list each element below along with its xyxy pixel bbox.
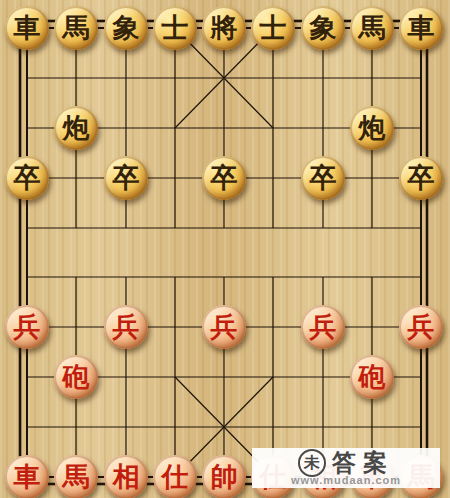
piece-red-b8[interactable]: 砲	[54, 355, 98, 399]
piece-red-e10[interactable]: 帥	[202, 455, 246, 498]
piece-black-h3[interactable]: 炮	[350, 106, 394, 150]
piece-black-e1[interactable]: 將	[202, 6, 246, 50]
piece-red-d10[interactable]: 仕	[153, 455, 197, 498]
piece-red-g7[interactable]: 兵	[301, 305, 345, 349]
piece-red-c10[interactable]: 相	[104, 455, 148, 498]
piece-red-a10[interactable]: 車	[5, 455, 49, 498]
piece-black-a4[interactable]: 卒	[5, 156, 49, 200]
watermark-url: www.mudaan.com	[291, 474, 401, 486]
piece-black-c1[interactable]: 象	[104, 6, 148, 50]
watermark: 未 答案 www.mudaan.com	[252, 448, 440, 488]
piece-black-g4[interactable]: 卒	[301, 156, 345, 200]
piece-black-b3[interactable]: 炮	[54, 106, 98, 150]
piece-black-f1[interactable]: 士	[251, 6, 295, 50]
piece-red-i7[interactable]: 兵	[399, 305, 443, 349]
piece-black-i1[interactable]: 車	[399, 6, 443, 50]
piece-red-b10[interactable]: 馬	[54, 455, 98, 498]
watermark-logo-icon: 未	[298, 449, 326, 477]
piece-black-d1[interactable]: 士	[153, 6, 197, 50]
piece-red-e7[interactable]: 兵	[202, 305, 246, 349]
piece-black-e4[interactable]: 卒	[202, 156, 246, 200]
piece-black-g1[interactable]: 象	[301, 6, 345, 50]
piece-black-i4[interactable]: 卒	[399, 156, 443, 200]
piece-black-a1[interactable]: 車	[5, 6, 49, 50]
piece-red-a7[interactable]: 兵	[5, 305, 49, 349]
piece-red-c7[interactable]: 兵	[104, 305, 148, 349]
watermark-row: 未 答案	[298, 450, 394, 476]
xiangqi-board[interactable]: 車馬象士將士象馬車炮炮卒卒卒卒卒兵兵兵兵兵砲砲車馬相仕帥仕相車馬 未 答案 ww…	[0, 0, 450, 498]
piece-black-b1[interactable]: 馬	[54, 6, 98, 50]
board-grid-lines	[0, 0, 450, 498]
piece-black-h1[interactable]: 馬	[350, 6, 394, 50]
piece-red-h8[interactable]: 砲	[350, 355, 394, 399]
piece-black-c4[interactable]: 卒	[104, 156, 148, 200]
